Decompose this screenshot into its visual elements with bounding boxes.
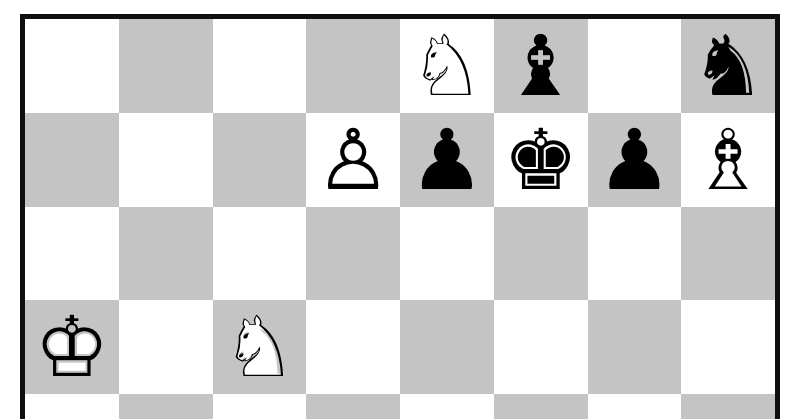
chess-board-grid: ♞♘♝♝♞♞♟♙♟♟♚♚♟♟♝♗♚♔♞♘ [25,19,775,419]
square-f7[interactable]: ♚♚ [494,113,588,207]
square-b8[interactable] [119,19,213,113]
square-c7[interactable] [213,113,307,207]
square-c6[interactable] [213,207,307,301]
square-d5[interactable] [306,300,400,394]
square-d6[interactable] [306,207,400,301]
square-h6[interactable] [681,207,775,301]
square-h5[interactable] [681,300,775,394]
black-bishop-piece: ♝♝ [503,24,578,108]
square-f8[interactable]: ♝♝ [494,19,588,113]
square-e4[interactable] [400,394,494,419]
white-bishop-piece: ♝♗ [690,118,765,202]
square-g7[interactable]: ♟♟ [588,113,682,207]
white-king-piece: ♚♔ [34,305,109,389]
square-g6[interactable] [588,207,682,301]
square-c5[interactable]: ♞♘ [213,300,307,394]
white-knight-piece: ♞♘ [409,24,484,108]
chess-board: ♞♘♝♝♞♞♟♙♟♟♚♚♟♟♝♗♚♔♞♘ [20,14,780,419]
square-d4[interactable] [306,394,400,419]
square-d8[interactable] [306,19,400,113]
square-f6[interactable] [494,207,588,301]
page: ♞♘♝♝♞♞♟♙♟♟♚♚♟♟♝♗♚♔♞♘ [0,0,800,419]
square-b6[interactable] [119,207,213,301]
square-a5[interactable]: ♚♔ [25,300,119,394]
black-pawn-piece: ♟♟ [597,118,672,202]
square-d7[interactable]: ♟♙ [306,113,400,207]
square-f4[interactable] [494,394,588,419]
square-g8[interactable] [588,19,682,113]
black-king-piece: ♚♚ [503,118,578,202]
square-f5[interactable] [494,300,588,394]
square-a7[interactable] [25,113,119,207]
square-c4[interactable] [213,394,307,419]
square-e5[interactable] [400,300,494,394]
square-g5[interactable] [588,300,682,394]
square-h8[interactable]: ♞♞ [681,19,775,113]
white-knight-piece: ♞♘ [222,305,297,389]
square-e6[interactable] [400,207,494,301]
black-pawn-piece: ♟♟ [409,118,484,202]
square-b7[interactable] [119,113,213,207]
square-e7[interactable]: ♟♟ [400,113,494,207]
square-h7[interactable]: ♝♗ [681,113,775,207]
square-a6[interactable] [25,207,119,301]
square-b4[interactable] [119,394,213,419]
square-g4[interactable] [588,394,682,419]
white-pawn-piece: ♟♙ [315,118,390,202]
square-b5[interactable] [119,300,213,394]
square-c8[interactable] [213,19,307,113]
square-a8[interactable] [25,19,119,113]
square-a4[interactable] [25,394,119,419]
black-knight-piece: ♞♞ [690,24,765,108]
square-e8[interactable]: ♞♘ [400,19,494,113]
square-h4[interactable] [681,394,775,419]
